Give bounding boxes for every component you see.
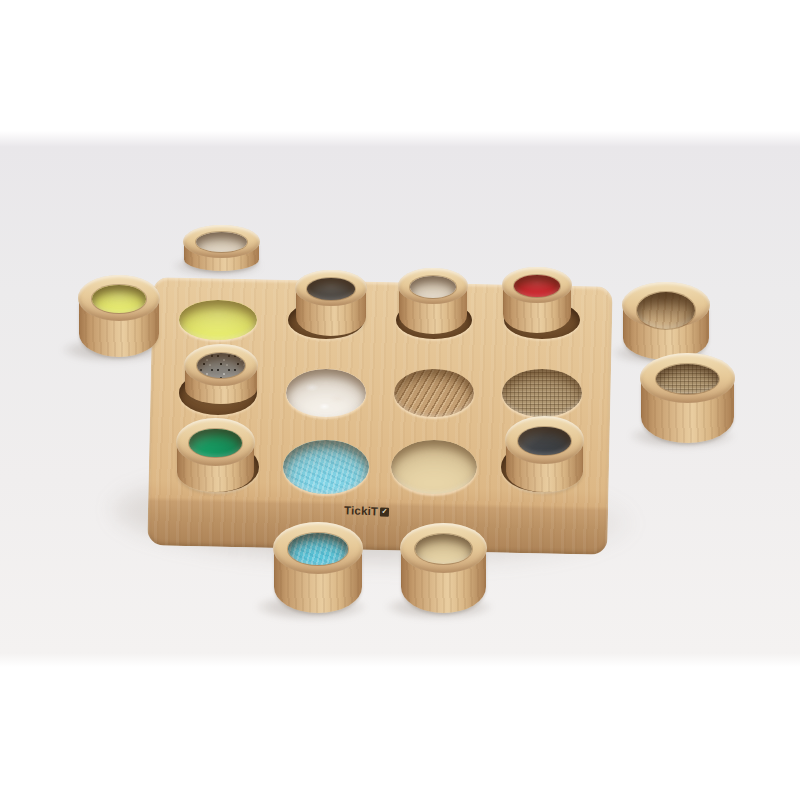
- inset-ribbed-wood[interactable]: [394, 369, 474, 417]
- cup-contents-dark-grey-felt: [307, 278, 355, 300]
- cup-contents-green-smooth: [189, 429, 241, 458]
- inset-beige-sand[interactable]: [391, 440, 477, 494]
- cup-contents-empty-wood: [637, 292, 695, 329]
- cup-green-smooth[interactable]: [176, 418, 255, 492]
- cup-contents-blue-fleece: [288, 533, 347, 564]
- cup-cream-sand[interactable]: [398, 268, 468, 334]
- brand-logo: TickiT ✓: [344, 504, 390, 517]
- cup-hessian-loose[interactable]: [640, 353, 735, 443]
- cup-contents-slate: [518, 427, 570, 456]
- cup-slate[interactable]: [505, 416, 584, 492]
- cup-contents-red-felt: [514, 275, 560, 297]
- cup-red-felt[interactable]: [502, 267, 572, 333]
- cup-cream-sand-loose[interactable]: [183, 225, 260, 271]
- cup-dark-grey-felt[interactable]: [295, 270, 367, 336]
- cup-grey-gravel[interactable]: [184, 344, 258, 404]
- cell-r2c3: [380, 357, 488, 431]
- cell-r2c2: [272, 357, 380, 431]
- cup-beige-sand-loose[interactable]: [400, 523, 487, 613]
- product-photo-scene: TickiT ✓: [0, 0, 800, 800]
- cell-r3c3: [380, 430, 488, 504]
- brand-logo-check-icon: ✓: [380, 507, 389, 516]
- inset-blue-fleece[interactable]: [283, 440, 369, 494]
- inset-hessian[interactable]: [502, 369, 582, 417]
- cup-contents-cream-sand: [410, 276, 456, 298]
- inset-yellow-felt[interactable]: [179, 300, 257, 340]
- cup-contents-beige-sand: [415, 534, 472, 564]
- cup-contents-yellow-felt: [92, 285, 146, 313]
- cup-blue-fleece-loose[interactable]: [273, 522, 363, 613]
- inset-white-fleece[interactable]: [286, 369, 366, 417]
- cup-empty-wood-loose[interactable]: [622, 282, 710, 360]
- cup-yellow-felt-loose[interactable]: [78, 275, 160, 357]
- cell-r3c2: [272, 430, 380, 504]
- brand-logo-text: TickiT: [344, 504, 379, 517]
- cup-contents-cream-sand: [196, 232, 247, 252]
- cup-contents-hessian: [656, 364, 719, 394]
